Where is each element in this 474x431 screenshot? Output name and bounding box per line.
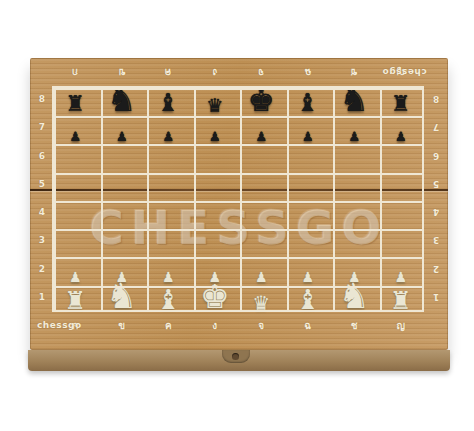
file-label-bottom-f: ฉ [298, 318, 318, 333]
square-g7[interactable]: ♟ [331, 114, 378, 142]
file-label-top-f: ฉ [298, 65, 318, 80]
square-h6[interactable] [378, 143, 425, 171]
square-d3[interactable] [192, 227, 239, 255]
square-g1[interactable]: ♞ [331, 284, 378, 312]
black-knight-g8[interactable]: ♞ [339, 85, 369, 115]
file-label-bottom-b: ข [112, 318, 132, 333]
square-f1[interactable]: ♝ [285, 284, 332, 312]
square-e3[interactable] [238, 227, 285, 255]
square-d5[interactable] [192, 171, 239, 199]
rank-label-left-2: 2 [35, 264, 49, 274]
black-bia-f7[interactable]: ♟ [302, 131, 314, 143]
square-e5[interactable] [238, 171, 285, 199]
square-e2[interactable]: ♟ [238, 256, 285, 284]
rank-label-right-5: 5 [429, 179, 443, 189]
rank-label-right-2: 2 [429, 264, 443, 274]
square-c4[interactable] [145, 199, 192, 227]
square-b1[interactable]: ♞ [99, 284, 146, 312]
file-label-top-g: ช [344, 65, 364, 80]
brand-text-bottom: chessgo [37, 320, 82, 330]
square-c5[interactable] [145, 171, 192, 199]
rank-label-right-3: 3 [429, 235, 443, 245]
white-rook-a1[interactable]: ♜ [64, 290, 86, 313]
rank-label-left-3: 3 [35, 235, 49, 245]
square-h3[interactable] [378, 227, 425, 255]
square-a4[interactable] [52, 199, 99, 227]
square-e8[interactable]: ♚ [238, 86, 285, 114]
square-f5[interactable] [285, 171, 332, 199]
file-label-bottom-c: ค [158, 318, 178, 333]
black-bia-h7[interactable]: ♟ [395, 131, 407, 143]
rank-label-left-7: 7 [35, 122, 49, 132]
rank-label-left-5: 5 [35, 179, 49, 189]
rank-label-right-6: 6 [429, 151, 443, 161]
square-f6[interactable] [285, 143, 332, 171]
white-bia-h2[interactable]: ♟ [394, 271, 407, 284]
square-a6[interactable] [52, 143, 99, 171]
black-khon-f8[interactable]: ♝ [297, 92, 319, 115]
black-bia-g7[interactable]: ♟ [348, 131, 360, 143]
brand-text-top-rotated: chessgo [382, 67, 427, 77]
rank-label-right-7: 7 [429, 122, 443, 132]
square-g6[interactable] [331, 143, 378, 171]
square-d6[interactable] [192, 143, 239, 171]
file-label-bottom-d: ง [205, 318, 225, 333]
square-c8[interactable]: ♝ [145, 86, 192, 114]
square-e4[interactable] [238, 199, 285, 227]
square-c7[interactable]: ♟ [145, 114, 192, 142]
file-label-bottom-g: ช [344, 318, 364, 333]
square-b3[interactable] [99, 227, 146, 255]
square-g4[interactable] [331, 199, 378, 227]
rank-label-right-1: 1 [429, 292, 443, 302]
square-d4[interactable] [192, 199, 239, 227]
makruk-board: CHESSGO ♜♞♝♛♚♝♞♜♟♟♟♟♟♟♟♟♟♟♟♟♟♟♟♟♜♞♝♚♛♝♞♜… [30, 58, 448, 350]
black-knight-b8[interactable]: ♞ [107, 85, 137, 115]
white-bia-a2[interactable]: ♟ [69, 271, 82, 284]
square-h2[interactable]: ♟ [378, 256, 425, 284]
black-bia-d7[interactable]: ♟ [209, 131, 221, 143]
white-met-e1[interactable]: ♛ [252, 294, 270, 312]
black-khon-c8[interactable]: ♝ [157, 92, 179, 115]
white-knight-g1[interactable]: ♞ [339, 281, 370, 313]
square-b4[interactable] [99, 199, 146, 227]
square-e1[interactable]: ♛ [238, 284, 285, 312]
square-f8[interactable]: ♝ [285, 86, 332, 114]
square-e7[interactable]: ♟ [238, 114, 285, 142]
square-b8[interactable]: ♞ [99, 86, 146, 114]
square-e6[interactable] [238, 143, 285, 171]
black-bia-a7[interactable]: ♟ [69, 131, 81, 143]
square-a8[interactable]: ♜ [52, 86, 99, 114]
file-label-top-c: ค [158, 65, 178, 80]
black-khun-e8[interactable]: ♚ [248, 87, 275, 114]
square-b6[interactable] [99, 143, 146, 171]
square-f2[interactable]: ♟ [285, 256, 332, 284]
black-bia-e7[interactable]: ♟ [255, 131, 267, 143]
white-khon-c1[interactable]: ♝ [156, 288, 180, 312]
square-h5[interactable] [378, 171, 425, 199]
square-f4[interactable] [285, 199, 332, 227]
square-a5[interactable] [52, 171, 99, 199]
white-khon-f1[interactable]: ♝ [296, 288, 320, 312]
square-g5[interactable] [331, 171, 378, 199]
file-label-top-d: ง [205, 65, 225, 80]
square-a1[interactable]: ♜ [52, 284, 99, 312]
rank-label-right-8: 8 [429, 94, 443, 104]
rank-label-right-4: 4 [429, 207, 443, 217]
square-h1[interactable]: ♜ [378, 284, 425, 312]
file-label-top-a: ก [65, 65, 85, 80]
black-bia-b7[interactable]: ♟ [116, 131, 128, 143]
square-f3[interactable] [285, 227, 332, 255]
black-rook-h8[interactable]: ♜ [391, 94, 411, 114]
square-c2[interactable]: ♟ [145, 256, 192, 284]
square-c1[interactable]: ♝ [145, 284, 192, 312]
rank-label-left-4: 4 [35, 207, 49, 217]
square-g3[interactable] [331, 227, 378, 255]
square-h8[interactable]: ♜ [378, 86, 425, 114]
square-a7[interactable]: ♟ [52, 114, 99, 142]
photo-stage: CHESSGO ♜♞♝♛♚♝♞♜♟♟♟♟♟♟♟♟♟♟♟♟♟♟♟♟♜♞♝♚♛♝♞♜… [0, 0, 474, 431]
board-grid: ♜♞♝♛♚♝♞♜♟♟♟♟♟♟♟♟♟♟♟♟♟♟♟♟♜♞♝♚♛♝♞♜ [52, 86, 424, 312]
square-d7[interactable]: ♟ [192, 114, 239, 142]
file-label-bottom-h: ญ [391, 318, 411, 333]
rank-label-left-1: 1 [35, 292, 49, 302]
square-b7[interactable]: ♟ [99, 114, 146, 142]
white-rook-h1[interactable]: ♜ [390, 290, 412, 313]
square-d8[interactable]: ♛ [192, 86, 239, 114]
square-g8[interactable]: ♞ [331, 86, 378, 114]
black-met-d8[interactable]: ♛ [206, 97, 223, 114]
square-f7[interactable]: ♟ [285, 114, 332, 142]
file-label-bottom-e: จ [251, 318, 271, 333]
square-c6[interactable] [145, 143, 192, 171]
square-b5[interactable] [99, 171, 146, 199]
white-bia-c2[interactable]: ♟ [162, 271, 175, 284]
black-bia-c7[interactable]: ♟ [162, 131, 174, 143]
square-a2[interactable]: ♟ [52, 256, 99, 284]
black-rook-a8[interactable]: ♜ [65, 94, 85, 114]
white-khun-d1[interactable]: ♚ [200, 282, 230, 312]
square-d1[interactable]: ♚ [192, 284, 239, 312]
white-bia-f2[interactable]: ♟ [301, 271, 314, 284]
file-label-top-e: จ [251, 65, 271, 80]
latch-notch [222, 350, 250, 363]
square-h7[interactable]: ♟ [378, 114, 425, 142]
latch-hole [232, 353, 239, 360]
squares-layer: ♜♞♝♛♚♝♞♜♟♟♟♟♟♟♟♟♟♟♟♟♟♟♟♟♜♞♝♚♛♝♞♜ [52, 86, 424, 312]
rank-label-left-8: 8 [35, 94, 49, 104]
file-label-top-b: ข [112, 65, 132, 80]
rank-label-left-6: 6 [35, 151, 49, 161]
square-a3[interactable] [52, 227, 99, 255]
square-h4[interactable] [378, 199, 425, 227]
white-bia-e2[interactable]: ♟ [255, 271, 268, 284]
white-knight-b1[interactable]: ♞ [106, 281, 137, 313]
square-c3[interactable] [145, 227, 192, 255]
